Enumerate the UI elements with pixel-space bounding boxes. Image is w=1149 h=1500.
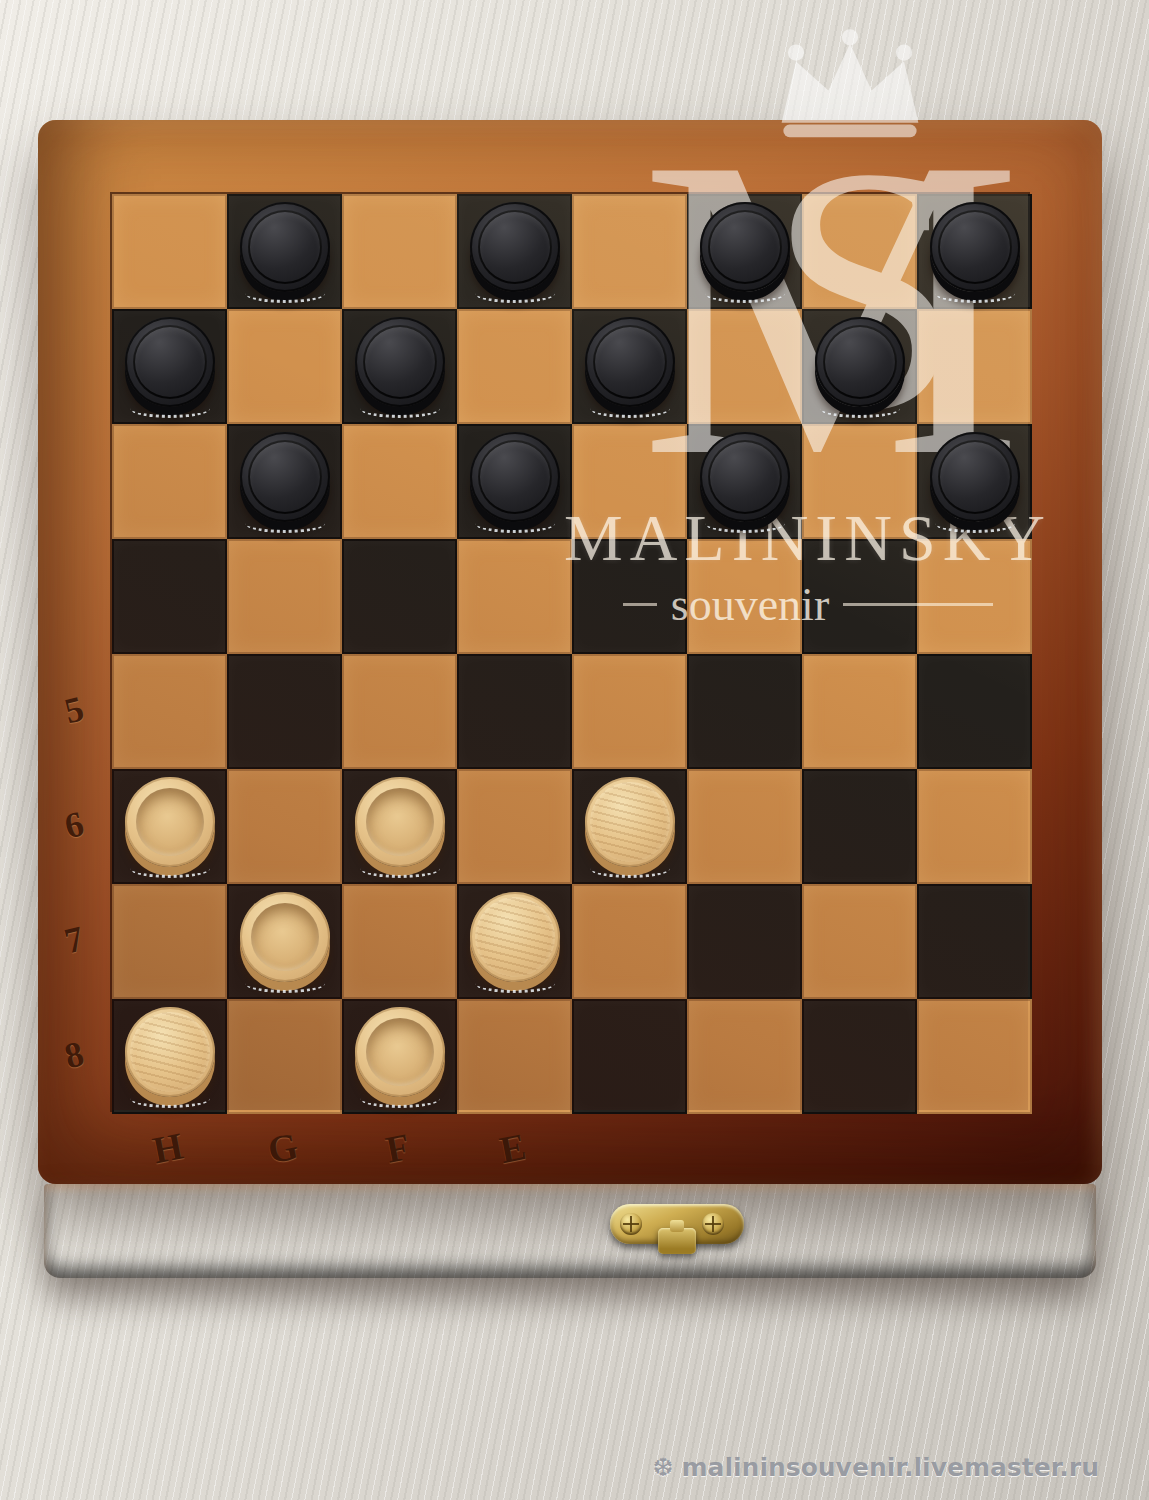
black-checker-a1[interactable] [930,202,1020,292]
site-watermark: ❆ malininsouvenir.livemaster.ru [653,1453,1099,1482]
black-checker-h2[interactable] [125,317,215,407]
square-e6[interactable] [457,769,572,884]
square-e7[interactable] [457,884,572,999]
square-f2[interactable] [342,309,457,424]
square-b4[interactable] [802,539,917,654]
square-g3[interactable] [227,424,342,539]
square-d6[interactable] [572,769,687,884]
square-a8[interactable] [917,999,1032,1114]
rank-labels-strip: 5678 [38,192,110,1112]
square-f4[interactable] [342,539,457,654]
square-e3[interactable] [457,424,572,539]
square-g7[interactable] [227,884,342,999]
square-h1[interactable] [112,194,227,309]
file-labels-strip: HGFE [110,1112,1030,1184]
white-checker-h6[interactable] [125,777,215,867]
screw-icon [702,1213,724,1235]
square-a3[interactable] [917,424,1032,539]
square-h8[interactable] [112,999,227,1114]
square-d7[interactable] [572,884,687,999]
box-front-edge [44,1184,1096,1278]
square-e4[interactable] [457,539,572,654]
white-checker-g7[interactable] [240,892,330,982]
checkers-board-box: 5678 HGFE [38,120,1102,1184]
white-checker-f6[interactable] [355,777,445,867]
square-c2[interactable] [687,309,802,424]
square-g8[interactable] [227,999,342,1114]
square-a6[interactable] [917,769,1032,884]
black-checker-b2[interactable] [815,317,905,407]
square-a4[interactable] [917,539,1032,654]
square-d5[interactable] [572,654,687,769]
square-f6[interactable] [342,769,457,884]
square-a1[interactable] [917,194,1032,309]
white-checker-e7[interactable] [470,892,560,982]
square-h6[interactable] [112,769,227,884]
square-g5[interactable] [227,654,342,769]
rank-label-5: 5 [60,687,88,732]
square-g1[interactable] [227,194,342,309]
square-a5[interactable] [917,654,1032,769]
square-c1[interactable] [687,194,802,309]
square-d3[interactable] [572,424,687,539]
square-e1[interactable] [457,194,572,309]
square-a2[interactable] [917,309,1032,424]
square-b6[interactable] [802,769,917,884]
black-checker-f2[interactable] [355,317,445,407]
square-b2[interactable] [802,309,917,424]
rank-label-8: 8 [60,1032,88,1077]
square-f3[interactable] [342,424,457,539]
square-e2[interactable] [457,309,572,424]
square-c8[interactable] [687,999,802,1114]
file-label-F: F [382,1124,413,1172]
square-f1[interactable] [342,194,457,309]
black-checker-e1[interactable] [470,202,560,292]
black-checker-d2[interactable] [585,317,675,407]
square-b8[interactable] [802,999,917,1114]
square-g2[interactable] [227,309,342,424]
square-e8[interactable] [457,999,572,1114]
file-label-G: G [264,1124,301,1173]
black-checker-c3[interactable] [700,432,790,522]
white-checker-h8[interactable] [125,1007,215,1097]
square-h7[interactable] [112,884,227,999]
black-checker-g3[interactable] [240,432,330,522]
square-f7[interactable] [342,884,457,999]
black-checker-c1[interactable] [700,202,790,292]
square-h3[interactable] [112,424,227,539]
white-checker-f8[interactable] [355,1007,445,1097]
black-checker-a3[interactable] [930,432,1020,522]
clasp-hasp [658,1228,696,1254]
square-b7[interactable] [802,884,917,999]
board-grid [110,192,1030,1112]
square-b3[interactable] [802,424,917,539]
square-b5[interactable] [802,654,917,769]
square-d1[interactable] [572,194,687,309]
white-checker-d6[interactable] [585,777,675,867]
brass-clasp [602,1204,752,1256]
snowflake-icon: ❆ [653,1453,674,1482]
screw-icon [620,1213,642,1235]
square-c3[interactable] [687,424,802,539]
square-c4[interactable] [687,539,802,654]
square-a7[interactable] [917,884,1032,999]
file-label-E: E [496,1124,529,1172]
black-checker-e3[interactable] [470,432,560,522]
square-f8[interactable] [342,999,457,1114]
square-g6[interactable] [227,769,342,884]
black-checker-g1[interactable] [240,202,330,292]
square-c7[interactable] [687,884,802,999]
square-d4[interactable] [572,539,687,654]
square-h2[interactable] [112,309,227,424]
file-label-H: H [149,1124,186,1173]
square-d2[interactable] [572,309,687,424]
rank-label-6: 6 [60,802,88,847]
square-g4[interactable] [227,539,342,654]
square-h4[interactable] [112,539,227,654]
square-e5[interactable] [457,654,572,769]
square-b1[interactable] [802,194,917,309]
rank-label-7: 7 [60,917,88,962]
square-c5[interactable] [687,654,802,769]
square-f5[interactable] [342,654,457,769]
site-url: malininsouvenir.livemaster.ru [682,1453,1099,1482]
square-c6[interactable] [687,769,802,884]
square-d8[interactable] [572,999,687,1114]
square-h5[interactable] [112,654,227,769]
